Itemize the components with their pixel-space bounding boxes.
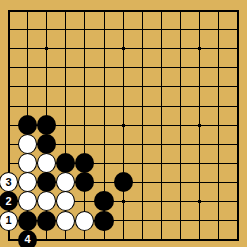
board-point[interactable] xyxy=(37,116,56,135)
stones-layer: 3214 xyxy=(0,1,247,247)
board-point[interactable] xyxy=(37,211,56,230)
black-stone xyxy=(56,153,75,173)
board-point[interactable] xyxy=(56,154,75,173)
white-stone xyxy=(18,172,37,192)
board-point[interactable]: 1 xyxy=(0,211,18,230)
black-stone xyxy=(37,115,56,135)
board-point[interactable] xyxy=(18,154,37,173)
black-stone xyxy=(75,153,94,173)
white-stone xyxy=(18,134,37,154)
white-stone xyxy=(18,191,37,211)
board-point[interactable] xyxy=(18,173,37,192)
black-stone-move-2: 2 xyxy=(0,191,18,211)
board-point[interactable] xyxy=(75,173,94,192)
white-stone-move-1: 1 xyxy=(0,211,18,231)
board-point[interactable] xyxy=(18,135,37,154)
board-point[interactable] xyxy=(75,154,94,173)
black-stone xyxy=(114,172,133,192)
white-stone xyxy=(56,191,75,211)
black-stone-move-4: 4 xyxy=(18,230,37,247)
white-stone xyxy=(37,191,56,211)
white-stone xyxy=(56,172,75,192)
board-point[interactable] xyxy=(18,116,37,135)
board-point[interactable] xyxy=(56,211,75,230)
board-point[interactable] xyxy=(37,173,56,192)
board-point[interactable] xyxy=(75,211,94,230)
white-stone-move-3: 3 xyxy=(0,172,18,192)
black-stone xyxy=(37,134,56,154)
board-point[interactable]: 4 xyxy=(18,230,37,247)
go-board[interactable]: 3214 xyxy=(0,0,247,247)
board-point[interactable] xyxy=(37,192,56,211)
white-stone xyxy=(18,153,37,173)
board-point[interactable]: 2 xyxy=(0,192,18,211)
black-stone xyxy=(94,191,113,211)
white-stone xyxy=(37,153,56,173)
white-stone xyxy=(75,211,94,231)
board-point[interactable] xyxy=(56,173,75,192)
board-point[interactable] xyxy=(94,211,113,230)
black-stone xyxy=(37,172,56,192)
board-point[interactable] xyxy=(37,135,56,154)
black-stone xyxy=(75,172,94,192)
board-point[interactable] xyxy=(94,192,113,211)
board-point[interactable] xyxy=(37,154,56,173)
board-point[interactable] xyxy=(18,192,37,211)
black-stone xyxy=(94,211,113,231)
board-point[interactable] xyxy=(18,211,37,230)
white-stone xyxy=(56,211,75,231)
board-point[interactable] xyxy=(114,173,133,192)
black-stone xyxy=(37,211,56,231)
board-point[interactable]: 3 xyxy=(0,173,18,192)
black-stone xyxy=(18,115,37,135)
board-point[interactable] xyxy=(56,192,75,211)
black-stone xyxy=(18,211,37,231)
